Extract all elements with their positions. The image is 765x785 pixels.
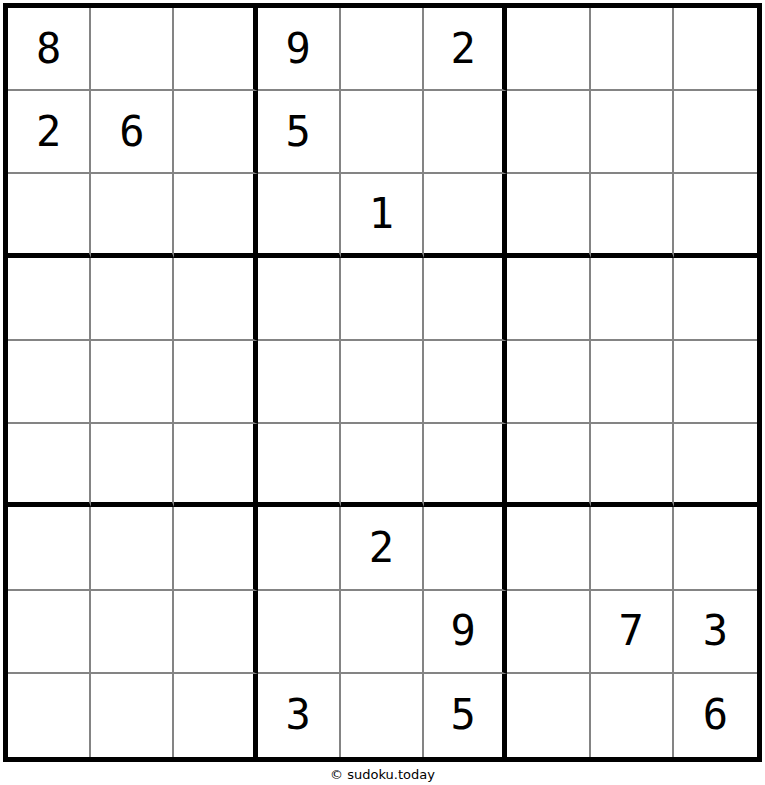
- cell-r2c1: 2: [8, 91, 91, 174]
- cell-r5c3[interactable]: [174, 341, 257, 424]
- cell-r7c3[interactable]: [174, 507, 257, 590]
- cell-r6c8[interactable]: [591, 424, 674, 507]
- cell-r5c2[interactable]: [91, 341, 174, 424]
- sudoku-board: 89226512973356: [3, 3, 762, 762]
- cell-r7c7[interactable]: [507, 507, 590, 590]
- cell-r4c3[interactable]: [174, 258, 257, 341]
- cell-r1c4: 9: [258, 8, 341, 91]
- cell-r7c8[interactable]: [591, 507, 674, 590]
- cell-r8c1[interactable]: [8, 591, 91, 674]
- cell-r9c5[interactable]: [341, 674, 424, 757]
- cell-r1c2[interactable]: [91, 8, 174, 91]
- cell-r3c7[interactable]: [507, 174, 590, 257]
- cell-r3c9[interactable]: [674, 174, 757, 257]
- cell-r6c2[interactable]: [91, 424, 174, 507]
- cell-r2c4: 5: [258, 91, 341, 174]
- cell-r7c5: 2: [341, 507, 424, 590]
- cell-r9c3[interactable]: [174, 674, 257, 757]
- cell-r4c2[interactable]: [91, 258, 174, 341]
- cell-r5c9[interactable]: [674, 341, 757, 424]
- cell-r4c9[interactable]: [674, 258, 757, 341]
- cell-r2c3[interactable]: [174, 91, 257, 174]
- cell-r1c1: 8: [8, 8, 91, 91]
- cell-r6c7[interactable]: [507, 424, 590, 507]
- cell-r1c5[interactable]: [341, 8, 424, 91]
- cell-r4c4[interactable]: [258, 258, 341, 341]
- cell-r4c5[interactable]: [341, 258, 424, 341]
- cell-r5c7[interactable]: [507, 341, 590, 424]
- cell-r8c3[interactable]: [174, 591, 257, 674]
- cell-r2c2: 6: [91, 91, 174, 174]
- cell-r6c3[interactable]: [174, 424, 257, 507]
- cell-r7c1[interactable]: [8, 507, 91, 590]
- cell-r3c4[interactable]: [258, 174, 341, 257]
- cell-r4c1[interactable]: [8, 258, 91, 341]
- cell-r2c6[interactable]: [424, 91, 507, 174]
- cell-r8c9: 3: [674, 591, 757, 674]
- cell-r7c6[interactable]: [424, 507, 507, 590]
- cell-r2c7[interactable]: [507, 91, 590, 174]
- cell-r6c9[interactable]: [674, 424, 757, 507]
- cell-r5c6[interactable]: [424, 341, 507, 424]
- cell-r9c4: 3: [258, 674, 341, 757]
- cell-r7c4[interactable]: [258, 507, 341, 590]
- sudoku-page: 89226512973356 © sudoku.today: [0, 0, 765, 785]
- watermark: © sudoku.today: [0, 767, 765, 782]
- cell-r6c4[interactable]: [258, 424, 341, 507]
- cell-r5c5[interactable]: [341, 341, 424, 424]
- copyright-text: © sudoku.today: [330, 767, 435, 782]
- cell-r3c8[interactable]: [591, 174, 674, 257]
- cell-r6c1[interactable]: [8, 424, 91, 507]
- cell-r1c3[interactable]: [174, 8, 257, 91]
- cell-r3c1[interactable]: [8, 174, 91, 257]
- cell-r3c6[interactable]: [424, 174, 507, 257]
- cell-r7c9[interactable]: [674, 507, 757, 590]
- cell-r2c8[interactable]: [591, 91, 674, 174]
- cell-r5c1[interactable]: [8, 341, 91, 424]
- cell-r8c8: 7: [591, 591, 674, 674]
- cell-r3c3[interactable]: [174, 174, 257, 257]
- cell-r8c5[interactable]: [341, 591, 424, 674]
- cell-r1c9[interactable]: [674, 8, 757, 91]
- cell-r9c2[interactable]: [91, 674, 174, 757]
- cell-r9c9: 6: [674, 674, 757, 757]
- cell-r2c9[interactable]: [674, 91, 757, 174]
- cell-r1c8[interactable]: [591, 8, 674, 91]
- cell-r4c8[interactable]: [591, 258, 674, 341]
- cell-r9c7[interactable]: [507, 674, 590, 757]
- cell-r9c8[interactable]: [591, 674, 674, 757]
- cell-r5c4[interactable]: [258, 341, 341, 424]
- cell-r1c6: 2: [424, 8, 507, 91]
- cell-r1c7[interactable]: [507, 8, 590, 91]
- cell-r9c1[interactable]: [8, 674, 91, 757]
- cell-r2c5[interactable]: [341, 91, 424, 174]
- cell-r8c6: 9: [424, 591, 507, 674]
- cell-r6c5[interactable]: [341, 424, 424, 507]
- cell-r3c2[interactable]: [91, 174, 174, 257]
- cell-r4c7[interactable]: [507, 258, 590, 341]
- cell-r6c6[interactable]: [424, 424, 507, 507]
- cell-r8c7[interactable]: [507, 591, 590, 674]
- cell-r9c6: 5: [424, 674, 507, 757]
- cell-r8c2[interactable]: [91, 591, 174, 674]
- cell-r8c4[interactable]: [258, 591, 341, 674]
- cell-r5c8[interactable]: [591, 341, 674, 424]
- cell-r3c5: 1: [341, 174, 424, 257]
- cell-r4c6[interactable]: [424, 258, 507, 341]
- cell-r7c2[interactable]: [91, 507, 174, 590]
